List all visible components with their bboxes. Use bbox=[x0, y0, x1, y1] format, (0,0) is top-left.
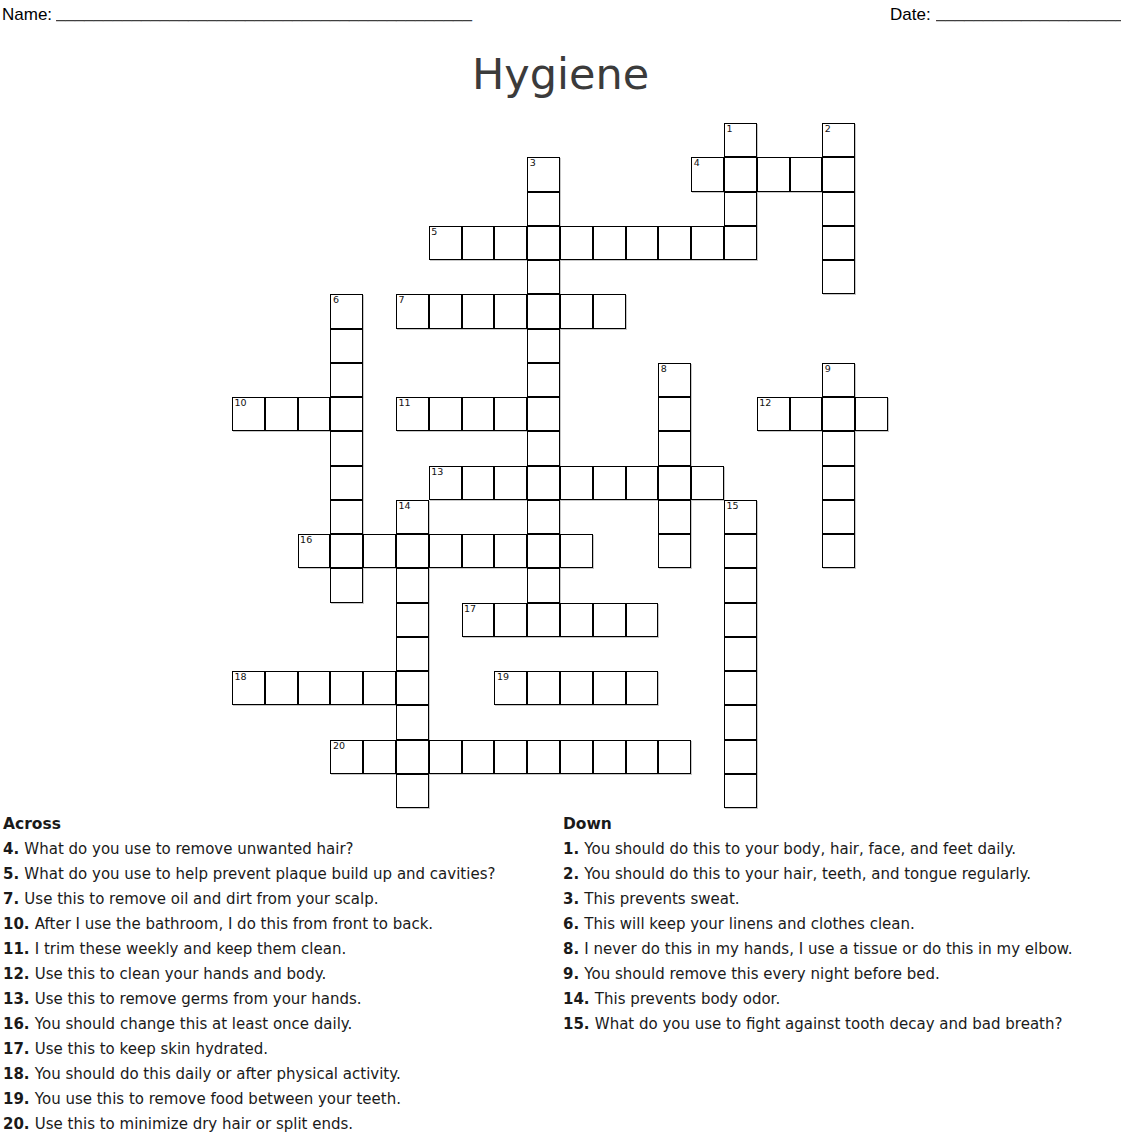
cell-r16-c1[interactable] bbox=[265, 671, 298, 705]
cell-number-3: 3 bbox=[530, 158, 536, 168]
down-clue-1: 1. You should do this to your body, hair… bbox=[563, 837, 1121, 862]
cell-r18-c8[interactable] bbox=[494, 740, 527, 774]
cell-r5-c5[interactable]: 7 bbox=[396, 294, 429, 328]
cell-r12-c3[interactable] bbox=[330, 534, 363, 568]
clue-number: 13. bbox=[3, 990, 35, 1008]
cell-number-11: 11 bbox=[398, 398, 410, 408]
cell-r3-c9[interactable] bbox=[527, 226, 560, 260]
cell-r4-c9[interactable] bbox=[527, 260, 560, 294]
across-clue-16: 16. You should change this at least once… bbox=[3, 1012, 559, 1037]
cell-r16-c4[interactable] bbox=[363, 671, 396, 705]
clue-number: 15. bbox=[563, 1015, 595, 1033]
cell-r18-c7[interactable] bbox=[462, 740, 495, 774]
cell-r10-c10[interactable] bbox=[560, 466, 593, 500]
cell-r10-c12[interactable] bbox=[626, 466, 659, 500]
cell-r8-c2[interactable] bbox=[298, 397, 331, 431]
clue-text: You should remove this every night befor… bbox=[584, 965, 940, 983]
cell-number-19: 19 bbox=[497, 672, 509, 682]
cell-r12-c13[interactable] bbox=[658, 534, 691, 568]
down-clue-9: 9. You should remove this every night be… bbox=[563, 962, 1121, 987]
cell-r16-c15[interactable] bbox=[724, 671, 757, 705]
clue-text: What do you use to fight against tooth d… bbox=[595, 1015, 1063, 1033]
cell-r3-c8[interactable] bbox=[494, 226, 527, 260]
cell-number-2: 2 bbox=[825, 124, 831, 134]
cell-r13-c5[interactable] bbox=[396, 568, 429, 602]
cell-r15-c15[interactable] bbox=[724, 637, 757, 671]
cell-number-12: 12 bbox=[759, 398, 771, 408]
cell-r3-c12[interactable] bbox=[626, 226, 659, 260]
cell-r8-c0[interactable]: 10 bbox=[232, 397, 265, 431]
down-clue-list: 1. You should do this to your body, hair… bbox=[563, 837, 1121, 1037]
cell-r16-c0[interactable]: 18 bbox=[232, 671, 265, 705]
clue-number: 4. bbox=[3, 840, 24, 858]
clue-text: I never do this in my hands, I use a tis… bbox=[584, 940, 1072, 958]
cell-r1-c9[interactable]: 3 bbox=[527, 157, 560, 191]
cell-r9-c18[interactable] bbox=[822, 431, 855, 465]
cell-r12-c6[interactable] bbox=[429, 534, 462, 568]
cell-r8-c19[interactable] bbox=[855, 397, 888, 431]
down-clue-8: 8. I never do this in my hands, I use a … bbox=[563, 937, 1121, 962]
clue-number: 6. bbox=[563, 915, 584, 933]
cell-r18-c10[interactable] bbox=[560, 740, 593, 774]
cell-r5-c3[interactable]: 6 bbox=[330, 294, 363, 328]
clue-text: Use this to remove germs from your hands… bbox=[35, 990, 362, 1008]
cell-r16-c2[interactable] bbox=[298, 671, 331, 705]
cell-number-17: 17 bbox=[464, 604, 476, 614]
cell-r14-c11[interactable] bbox=[593, 603, 626, 637]
cell-r14-c5[interactable] bbox=[396, 603, 429, 637]
across-clue-10: 10. After I use the bathroom, I do this … bbox=[3, 912, 559, 937]
cell-r12-c18[interactable] bbox=[822, 534, 855, 568]
cell-r10-c3[interactable] bbox=[330, 466, 363, 500]
cell-r1-c14[interactable]: 4 bbox=[691, 157, 724, 191]
clue-number: 2. bbox=[563, 865, 584, 883]
cell-r8-c8[interactable] bbox=[494, 397, 527, 431]
cell-r6-c3[interactable] bbox=[330, 329, 363, 363]
clue-number: 7. bbox=[3, 890, 24, 908]
cell-r18-c11[interactable] bbox=[593, 740, 626, 774]
across-clue-19: 19. You use this to remove food between … bbox=[3, 1087, 559, 1112]
clue-text: Use this to keep skin hydrated. bbox=[35, 1040, 268, 1058]
cell-number-20: 20 bbox=[333, 741, 345, 751]
cell-number-8: 8 bbox=[661, 364, 667, 374]
cell-r10-c7[interactable] bbox=[462, 466, 495, 500]
clue-number: 14. bbox=[563, 990, 595, 1008]
cell-r1-c16[interactable] bbox=[757, 157, 790, 191]
cell-r8-c7[interactable] bbox=[462, 397, 495, 431]
cell-r18-c4[interactable] bbox=[363, 740, 396, 774]
cell-r5-c9[interactable] bbox=[527, 294, 560, 328]
cell-r8-c18[interactable] bbox=[822, 397, 855, 431]
cell-r10-c11[interactable] bbox=[593, 466, 626, 500]
cell-r3-c18[interactable] bbox=[822, 226, 855, 260]
cell-r2-c18[interactable] bbox=[822, 192, 855, 226]
puzzle-title: Hygiene bbox=[0, 49, 1121, 99]
cell-r18-c13[interactable] bbox=[658, 740, 691, 774]
across-header: Across bbox=[3, 812, 559, 837]
across-clue-5: 5. What do you use to help prevent plaqu… bbox=[3, 862, 559, 887]
across-clue-18: 18. You should do this daily or after ph… bbox=[3, 1062, 559, 1087]
cell-r8-c5[interactable]: 11 bbox=[396, 397, 429, 431]
clue-number: 10. bbox=[3, 915, 35, 933]
cell-r12-c2[interactable]: 16 bbox=[298, 534, 331, 568]
date-input-line[interactable]: _____________________ bbox=[936, 3, 1121, 25]
date-label: Date: bbox=[890, 5, 931, 25]
down-clue-15: 15. What do you use to fight against too… bbox=[563, 1012, 1121, 1037]
clue-text: After I use the bathroom, I do this from… bbox=[35, 915, 433, 933]
down-clue-3: 3. This prevents sweat. bbox=[563, 887, 1121, 912]
cell-r8-c1[interactable] bbox=[265, 397, 298, 431]
cell-number-15: 15 bbox=[726, 501, 738, 511]
cell-r18-c9[interactable] bbox=[527, 740, 560, 774]
cell-r16-c5[interactable] bbox=[396, 671, 429, 705]
clue-number: 5. bbox=[3, 865, 24, 883]
across-clue-20: 20. Use this to minimize dry hair or spl… bbox=[3, 1112, 559, 1136]
name-label: Name: bbox=[2, 5, 52, 25]
cell-r10-c14[interactable] bbox=[691, 466, 724, 500]
clue-text: Use this to minimize dry hair or split e… bbox=[35, 1115, 353, 1133]
cell-r14-c12[interactable] bbox=[626, 603, 659, 637]
cell-number-7: 7 bbox=[398, 295, 404, 305]
clue-text: What do you use to help prevent plaque b… bbox=[24, 865, 495, 883]
cell-r10-c6[interactable]: 13 bbox=[429, 466, 462, 500]
cell-number-4: 4 bbox=[694, 158, 700, 168]
cell-r11-c3[interactable] bbox=[330, 500, 363, 534]
clue-number: 16. bbox=[3, 1015, 35, 1033]
across-clue-7: 7. Use this to remove oil and dirt from … bbox=[3, 887, 559, 912]
cell-r18-c5[interactable] bbox=[396, 740, 429, 774]
clue-text: You use this to remove food between your… bbox=[35, 1090, 401, 1108]
cell-r10-c8[interactable] bbox=[494, 466, 527, 500]
clue-text: You should do this daily or after physic… bbox=[35, 1065, 401, 1083]
cell-r5-c8[interactable] bbox=[494, 294, 527, 328]
cell-r19-c5[interactable] bbox=[396, 774, 429, 808]
cell-r11-c13[interactable] bbox=[658, 500, 691, 534]
cell-r10-c18[interactable] bbox=[822, 466, 855, 500]
cell-r8-c9[interactable] bbox=[527, 397, 560, 431]
cell-r11-c5[interactable]: 14 bbox=[396, 500, 429, 534]
cell-r12-c5[interactable] bbox=[396, 534, 429, 568]
crossword-grid: 1234567891011121314151617181920 bbox=[232, 123, 888, 808]
cell-r3-c15[interactable] bbox=[724, 226, 757, 260]
down-header: Down bbox=[563, 812, 1121, 837]
across-clue-4: 4. What do you use to remove unwanted ha… bbox=[3, 837, 559, 862]
cell-r17-c15[interactable] bbox=[724, 705, 757, 739]
clue-text: I trim these weekly and keep them clean. bbox=[35, 940, 346, 958]
across-clue-13: 13. Use this to remove germs from your h… bbox=[3, 987, 559, 1012]
cell-r13-c9[interactable] bbox=[527, 568, 560, 602]
cell-r11-c15[interactable]: 15 bbox=[724, 500, 757, 534]
cell-r12-c8[interactable] bbox=[494, 534, 527, 568]
clue-text: This prevents sweat. bbox=[584, 890, 739, 908]
cell-r7-c9[interactable] bbox=[527, 363, 560, 397]
cell-r16-c10[interactable] bbox=[560, 671, 593, 705]
cell-r9-c3[interactable] bbox=[330, 431, 363, 465]
clue-number: 20. bbox=[3, 1115, 35, 1133]
clue-text: You should do this to your body, hair, f… bbox=[584, 840, 1016, 858]
cell-r8-c13[interactable] bbox=[658, 397, 691, 431]
cell-r5-c10[interactable] bbox=[560, 294, 593, 328]
cell-r8-c16[interactable]: 12 bbox=[757, 397, 790, 431]
cell-r11-c18[interactable] bbox=[822, 500, 855, 534]
cell-number-10: 10 bbox=[235, 398, 247, 408]
cell-r3-c10[interactable] bbox=[560, 226, 593, 260]
across-clue-17: 17. Use this to keep skin hydrated. bbox=[3, 1037, 559, 1062]
cell-r12-c7[interactable] bbox=[462, 534, 495, 568]
clue-number: 3. bbox=[563, 890, 584, 908]
cell-number-5: 5 bbox=[431, 227, 437, 237]
cell-r13-c3[interactable] bbox=[330, 568, 363, 602]
cell-r14-c15[interactable] bbox=[724, 603, 757, 637]
cell-r3-c14[interactable] bbox=[691, 226, 724, 260]
cell-number-13: 13 bbox=[431, 467, 443, 477]
cell-r14-c7[interactable]: 17 bbox=[462, 603, 495, 637]
cell-r2-c9[interactable] bbox=[527, 192, 560, 226]
clue-number: 19. bbox=[3, 1090, 35, 1108]
cell-number-1: 1 bbox=[726, 124, 732, 134]
cell-r14-c8[interactable] bbox=[494, 603, 527, 637]
cell-number-14: 14 bbox=[398, 501, 410, 511]
cell-r3-c13[interactable] bbox=[658, 226, 691, 260]
cell-r8-c17[interactable] bbox=[790, 397, 823, 431]
cell-number-18: 18 bbox=[235, 672, 247, 682]
clue-number: 17. bbox=[3, 1040, 35, 1058]
across-clue-list: 4. What do you use to remove unwanted ha… bbox=[3, 837, 559, 1136]
clue-text: You should do this to your hair, teeth, … bbox=[584, 865, 1031, 883]
cell-r1-c15[interactable] bbox=[724, 157, 757, 191]
cell-r1-c17[interactable] bbox=[790, 157, 823, 191]
clue-number: 8. bbox=[563, 940, 584, 958]
cell-r18-c15[interactable] bbox=[724, 740, 757, 774]
cell-r10-c13[interactable] bbox=[658, 466, 691, 500]
cell-number-9: 9 bbox=[825, 364, 831, 374]
cell-number-6: 6 bbox=[333, 295, 339, 305]
clue-number: 9. bbox=[563, 965, 584, 983]
down-clues-section: Down 1. You should do this to your body,… bbox=[563, 812, 1121, 1037]
cell-r10-c9[interactable] bbox=[527, 466, 560, 500]
cell-number-16: 16 bbox=[300, 535, 312, 545]
cell-r18-c12[interactable] bbox=[626, 740, 659, 774]
clue-text: What do you use to remove unwanted hair? bbox=[24, 840, 353, 858]
cell-r18-c3[interactable]: 20 bbox=[330, 740, 363, 774]
clue-text: Use this to clean your hands and body. bbox=[35, 965, 326, 983]
cell-r0-c15[interactable]: 1 bbox=[724, 123, 757, 157]
cell-r17-c5[interactable] bbox=[396, 705, 429, 739]
across-clue-11: 11. I trim these weekly and keep them cl… bbox=[3, 937, 559, 962]
cell-r8-c3[interactable] bbox=[330, 397, 363, 431]
cell-r12-c9[interactable] bbox=[527, 534, 560, 568]
cell-r3-c6[interactable]: 5 bbox=[429, 226, 462, 260]
cell-r7-c3[interactable] bbox=[330, 363, 363, 397]
clue-number: 1. bbox=[563, 840, 584, 858]
cell-r14-c9[interactable] bbox=[527, 603, 560, 637]
clue-text: You should change this at least once dai… bbox=[35, 1015, 353, 1033]
across-clue-12: 12. Use this to clean your hands and bod… bbox=[3, 962, 559, 987]
clue-number: 11. bbox=[3, 940, 35, 958]
cell-r15-c5[interactable] bbox=[396, 637, 429, 671]
cell-r12-c4[interactable] bbox=[363, 534, 396, 568]
cell-r12-c10[interactable] bbox=[560, 534, 593, 568]
cell-r13-c15[interactable] bbox=[724, 568, 757, 602]
down-clue-2: 2. You should do this to your hair, teet… bbox=[563, 862, 1121, 887]
clue-text: Use this to remove oil and dirt from you… bbox=[24, 890, 378, 908]
name-input-line[interactable]: ________________________________________… bbox=[56, 3, 476, 25]
down-clue-14: 14. This prevents body odor. bbox=[563, 987, 1121, 1012]
cell-r16-c11[interactable] bbox=[593, 671, 626, 705]
cell-r6-c9[interactable] bbox=[527, 329, 560, 363]
cell-r1-c18[interactable] bbox=[822, 157, 855, 191]
cell-r8-c6[interactable] bbox=[429, 397, 462, 431]
cell-r7-c13[interactable]: 8 bbox=[658, 363, 691, 397]
cell-r5-c7[interactable] bbox=[462, 294, 495, 328]
cell-r9-c13[interactable] bbox=[658, 431, 691, 465]
cell-r16-c12[interactable] bbox=[626, 671, 659, 705]
cell-r3-c11[interactable] bbox=[593, 226, 626, 260]
cell-r14-c10[interactable] bbox=[560, 603, 593, 637]
cell-r18-c6[interactable] bbox=[429, 740, 462, 774]
clue-number: 12. bbox=[3, 965, 35, 983]
cell-r7-c18[interactable]: 9 bbox=[822, 363, 855, 397]
cell-r9-c9[interactable] bbox=[527, 431, 560, 465]
cell-r0-c18[interactable]: 2 bbox=[822, 123, 855, 157]
cell-r12-c15[interactable] bbox=[724, 534, 757, 568]
cell-r3-c7[interactable] bbox=[462, 226, 495, 260]
cell-r4-c18[interactable] bbox=[822, 260, 855, 294]
cell-r16-c3[interactable] bbox=[330, 671, 363, 705]
cell-r19-c15[interactable] bbox=[724, 774, 757, 808]
down-clue-6: 6. This will keep your linens and clothe… bbox=[563, 912, 1121, 937]
across-clues-section: Across 4. What do you use to remove unwa… bbox=[3, 812, 559, 1136]
cell-r5-c11[interactable] bbox=[593, 294, 626, 328]
clue-text: This will keep your linens and clothes c… bbox=[584, 915, 914, 933]
cell-r11-c9[interactable] bbox=[527, 500, 560, 534]
cell-r16-c9[interactable] bbox=[527, 671, 560, 705]
cell-r16-c8[interactable]: 19 bbox=[494, 671, 527, 705]
cell-r2-c15[interactable] bbox=[724, 192, 757, 226]
cell-r5-c6[interactable] bbox=[429, 294, 462, 328]
clue-text: This prevents body odor. bbox=[595, 990, 780, 1008]
clue-number: 18. bbox=[3, 1065, 35, 1083]
